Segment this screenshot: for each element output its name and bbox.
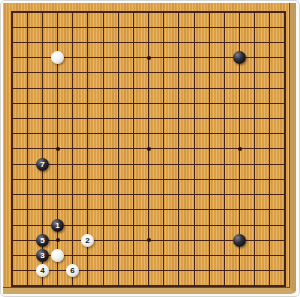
stone-black-d5: 1 <box>51 219 64 232</box>
stone-white-e2: 6 <box>66 264 79 277</box>
move-number-label: 1 <box>55 219 59 232</box>
grid-line-vertical <box>224 11 225 287</box>
grid-line-vertical <box>103 11 104 287</box>
grid-line-vertical <box>118 11 119 287</box>
move-number-label: 5 <box>40 234 44 247</box>
star-point <box>56 238 60 242</box>
grid-line-horizontal <box>11 164 286 165</box>
move-number-label: 7 <box>40 158 44 171</box>
star-point <box>147 56 151 60</box>
move-number-label: 6 <box>70 264 74 277</box>
go-board: 1234567 <box>3 3 296 294</box>
stone-black-c3: 3 <box>36 249 49 262</box>
grid-line-vertical <box>133 11 134 287</box>
grid-line-vertical <box>178 11 179 287</box>
stone-black-q16 <box>233 51 246 64</box>
stone-white-f4: 2 <box>81 234 94 247</box>
grid-line-vertical <box>269 11 270 287</box>
grid-line-vertical <box>209 11 210 287</box>
grid-line-vertical <box>72 11 73 287</box>
grid-line-horizontal <box>11 194 286 195</box>
move-number-label: 2 <box>85 234 89 247</box>
star-point <box>238 147 242 151</box>
stone-black-c9: 7 <box>36 158 49 171</box>
stone-white-d3 <box>51 249 64 262</box>
go-diagram: 1234567 <box>0 0 300 297</box>
grid-line-horizontal <box>11 209 286 210</box>
move-number-label: 4 <box>40 264 44 277</box>
star-point <box>147 147 151 151</box>
grid-line-horizontal <box>11 270 286 271</box>
go-board-surface[interactable]: 1234567 <box>11 11 287 288</box>
grid-line-vertical <box>284 11 286 287</box>
grid-line-vertical <box>163 11 164 287</box>
grid-line-vertical <box>254 11 255 287</box>
stone-black-c4: 5 <box>36 234 49 247</box>
stone-white-d16 <box>51 51 64 64</box>
grid-line-vertical <box>11 11 13 287</box>
grid-line-vertical <box>27 11 28 287</box>
grid-line-horizontal <box>11 179 286 180</box>
move-number-label: 3 <box>40 249 44 262</box>
grid-line-horizontal <box>11 285 286 287</box>
star-point <box>56 147 60 151</box>
star-point <box>147 238 151 242</box>
stone-black-q4 <box>233 234 246 247</box>
stone-white-c2: 4 <box>36 264 49 277</box>
grid-line-vertical <box>194 11 195 287</box>
